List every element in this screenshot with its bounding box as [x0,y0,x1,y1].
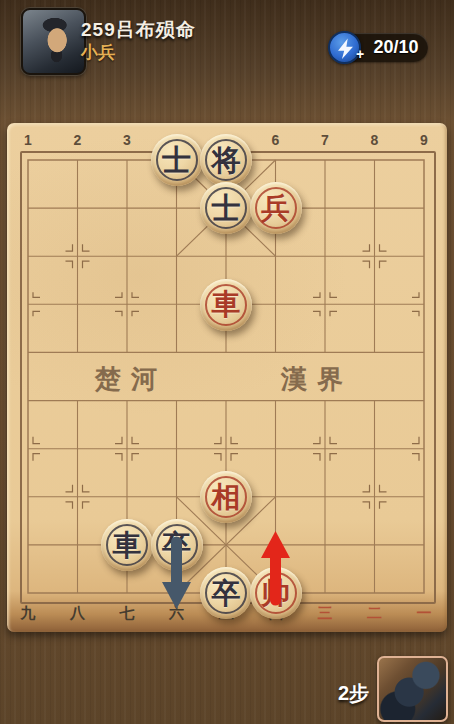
file-label-bottom-3: 三 [315,604,335,623]
file-label-bottom-1: 一 [414,604,434,623]
piece-black-advisor[interactable]: 士 [200,182,252,234]
file-label-top-2: 2 [68,132,88,148]
file-label-top-7: 7 [315,132,335,148]
file-label-top-3: 3 [117,132,137,148]
piece-black-soldier[interactable]: 卒 [200,567,252,619]
piece-black-soldier[interactable]: 卒 [151,519,203,571]
file-label-bottom-8: 八 [68,604,88,623]
river-text-left: 楚河 [71,362,191,394]
river-text-right: 漢界 [257,362,377,394]
puzzle-artwork-thumbnail[interactable] [377,656,448,722]
piece-red-elephant[interactable]: 相 [200,471,252,523]
file-label-bottom-9: 九 [18,604,38,623]
puzzle-title: 259吕布殒命 [81,17,196,43]
piece-black-chariot[interactable]: 車 [101,519,153,571]
steps-remaining-label: 2步 [338,680,369,707]
piece-red-chariot[interactable]: 車 [200,279,252,331]
file-label-bottom-6: 六 [167,604,187,623]
piece-red-soldier[interactable]: 兵 [250,182,302,234]
xiangqi-puzzle-screen: 259吕布殒命 小兵 + 20/10 1 2 3 4 5 6 7 8 9 [0,0,454,724]
file-label-bottom-7: 七 [117,604,137,623]
piece-black-advisor[interactable]: 士 [151,134,203,186]
energy-value: 20/10 [368,37,424,58]
plus-icon: + [356,46,364,62]
file-label-top-9: 9 [414,132,434,148]
piece-red-general[interactable]: 帅 [250,567,302,619]
player-rank-label: 小兵 [81,41,115,64]
file-label-top-1: 1 [18,132,38,148]
energy-counter[interactable]: + 20/10 [330,33,428,62]
xiangqi-board[interactable]: 1 2 3 4 5 6 7 8 9 [7,123,447,632]
file-label-top-8: 8 [365,132,385,148]
piece-black-general[interactable]: 将 [200,134,252,186]
file-label-top-6: 6 [266,132,286,148]
file-label-bottom-2: 二 [365,604,385,623]
player-avatar[interactable] [21,8,86,75]
